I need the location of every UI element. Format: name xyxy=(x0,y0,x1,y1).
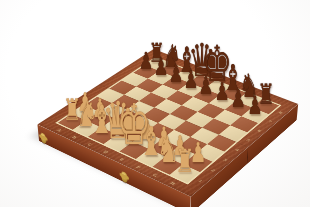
square-e2 xyxy=(133,132,162,149)
square-d2 xyxy=(117,125,146,141)
square-g5 xyxy=(202,119,230,135)
fold-seam-edge xyxy=(247,147,249,164)
brass-clasp-icon xyxy=(121,171,128,184)
product-photo-scene: ABCDEFGH 87654321 ♜♞♝♛♚♝♞♜♟♟♟♟♟♟♟♟♟♟♟♟♟♟… xyxy=(0,0,310,207)
brass-clasp-icon xyxy=(40,132,46,145)
square-g4 xyxy=(190,128,219,145)
square-e4 xyxy=(158,114,186,130)
chess-board: ABCDEFGH 87654321 xyxy=(37,49,298,197)
square-b2 xyxy=(86,112,114,128)
